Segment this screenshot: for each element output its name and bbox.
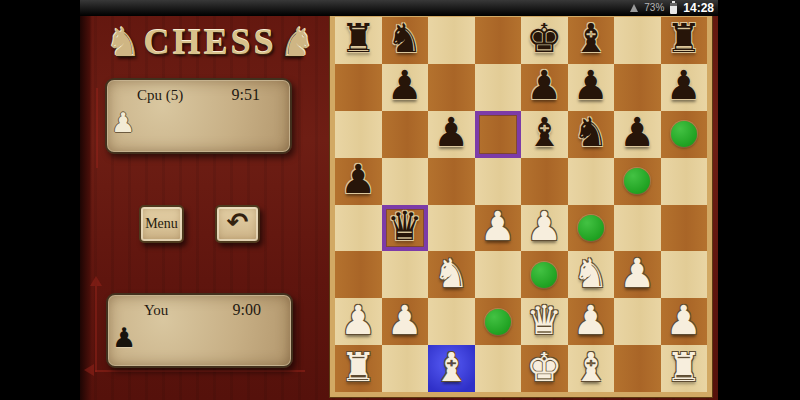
piece-black-pawn: ♟ [666, 63, 702, 107]
square-a4[interactable] [335, 205, 382, 252]
app-logo: ♞ CHESS ♞ [85, 18, 335, 66]
piece-white-bishop: ♝ [573, 345, 609, 389]
piece-white-knight: ♞ [433, 251, 469, 295]
square-d4[interactable]: ♟ [475, 205, 522, 252]
square-d5[interactable] [475, 158, 522, 205]
piece-white-knight: ♞ [573, 251, 609, 295]
square-b6[interactable] [382, 111, 429, 158]
legal-move-dot [531, 262, 557, 288]
cpu-player-panel: Cpu (5) 9:51 ♟ [105, 78, 292, 154]
square-c2[interactable] [428, 298, 475, 345]
undo-icon: ↶ [227, 207, 249, 237]
square-c4[interactable] [428, 205, 475, 252]
piece-white-pawn: ♟ [387, 298, 423, 342]
square-h4[interactable] [661, 205, 708, 252]
square-f8[interactable]: ♝ [568, 17, 615, 64]
square-f5[interactable] [568, 158, 615, 205]
square-d3[interactable] [475, 251, 522, 298]
square-g1[interactable] [614, 345, 661, 392]
square-e8[interactable]: ♚ [521, 17, 568, 64]
piece-white-pawn: ♟ [619, 251, 655, 295]
square-g2[interactable] [614, 298, 661, 345]
legal-move-dot [671, 121, 697, 147]
square-f7[interactable]: ♟ [568, 64, 615, 111]
system-clock: 14:28 [683, 0, 714, 16]
square-b4[interactable]: ♛ [382, 205, 429, 252]
square-f4[interactable] [568, 205, 615, 252]
square-a2[interactable]: ♟ [335, 298, 382, 345]
piece-black-pawn: ♟ [387, 63, 423, 107]
square-h7[interactable]: ♟ [661, 64, 708, 111]
square-g5[interactable] [614, 158, 661, 205]
square-h8[interactable]: ♜ [661, 17, 708, 64]
square-e2[interactable]: ♛ [521, 298, 568, 345]
square-g4[interactable] [614, 205, 661, 252]
chess-board: ♜♞♚♝♜♟♟♟♟♟♝♞♟♟♛♟♟♞♞♟♟♟♛♟♟♜♝♚♝♜ [335, 17, 707, 392]
piece-black-pawn: ♟ [619, 110, 655, 154]
square-f6[interactable]: ♞ [568, 111, 615, 158]
square-c1[interactable]: ♝ [428, 345, 475, 392]
piece-black-pawn: ♟ [573, 63, 609, 107]
piece-black-knight: ♞ [387, 16, 423, 60]
square-d8[interactable] [475, 17, 522, 64]
square-f3[interactable]: ♞ [568, 251, 615, 298]
square-d2[interactable] [475, 298, 522, 345]
square-h1[interactable]: ♜ [661, 345, 708, 392]
square-a8[interactable]: ♜ [335, 17, 382, 64]
square-a5[interactable]: ♟ [335, 158, 382, 205]
square-a6[interactable] [335, 111, 382, 158]
menu-button-label: Menu [145, 216, 178, 232]
square-g7[interactable] [614, 64, 661, 111]
battery-percent: 73% [644, 0, 664, 16]
black-pawn-icon: ♟ [112, 323, 136, 353]
ornament-arrow-left [84, 364, 94, 376]
screenshot-root: 73% 14:28 ♞ CHESS ♞ Cpu (5) 9:51 ♟ Menu … [0, 0, 800, 400]
piece-white-pawn: ♟ [573, 298, 609, 342]
cpu-player-name: Cpu (5) [137, 87, 183, 104]
signal-icon [630, 4, 638, 12]
square-g8[interactable] [614, 17, 661, 64]
square-a3[interactable] [335, 251, 382, 298]
chess-board-frame: ♜♞♚♝♜♟♟♟♟♟♝♞♟♟♛♟♟♞♞♟♟♟♛♟♟♜♝♚♝♜ [330, 12, 712, 397]
square-h6[interactable] [661, 111, 708, 158]
square-b2[interactable]: ♟ [382, 298, 429, 345]
piece-black-pawn: ♟ [340, 157, 376, 201]
piece-black-knight: ♞ [573, 110, 609, 154]
square-h2[interactable]: ♟ [661, 298, 708, 345]
chess-app: 73% 14:28 ♞ CHESS ♞ Cpu (5) 9:51 ♟ Menu … [80, 0, 718, 400]
knight-icon-right: ♞ [279, 20, 315, 64]
legal-move-dot [624, 168, 650, 194]
square-c3[interactable]: ♞ [428, 251, 475, 298]
you-player-panel: You 9:00 ♟ [106, 293, 293, 368]
android-status-bar: 73% 14:28 [80, 0, 718, 16]
square-h5[interactable] [661, 158, 708, 205]
piece-black-rook: ♜ [666, 16, 702, 60]
undo-button[interactable]: ↶ [215, 205, 260, 243]
app-title: CHESS [143, 21, 276, 63]
square-b3[interactable] [382, 251, 429, 298]
piece-black-king: ♚ [526, 16, 562, 60]
square-c6[interactable]: ♟ [428, 111, 475, 158]
battery-icon [670, 3, 677, 14]
square-e6[interactable]: ♝ [521, 111, 568, 158]
square-c5[interactable] [428, 158, 475, 205]
square-d7[interactable] [475, 64, 522, 111]
piece-white-pawn: ♟ [340, 298, 376, 342]
piece-white-queen: ♛ [526, 298, 562, 342]
square-c8[interactable] [428, 17, 475, 64]
you-player-name: You [144, 302, 168, 319]
ornament-arrow-up [90, 276, 102, 286]
piece-black-queen: ♛ [387, 204, 423, 248]
square-b1[interactable] [382, 345, 429, 392]
square-d1[interactable] [475, 345, 522, 392]
piece-white-pawn: ♟ [526, 204, 562, 248]
piece-black-bishop: ♝ [573, 16, 609, 60]
square-g3[interactable]: ♟ [614, 251, 661, 298]
square-a7[interactable] [335, 64, 382, 111]
you-player-clock: 9:00 [233, 301, 261, 319]
piece-black-rook: ♜ [340, 16, 376, 60]
piece-white-pawn: ♟ [480, 204, 516, 248]
white-pawn-icon: ♟ [111, 108, 135, 138]
square-e7[interactable]: ♟ [521, 64, 568, 111]
piece-white-rook: ♜ [666, 345, 702, 389]
legal-move-dot [485, 309, 511, 335]
square-a1[interactable]: ♜ [335, 345, 382, 392]
square-c7[interactable] [428, 64, 475, 111]
square-d6[interactable] [475, 111, 522, 158]
legal-move-dot [578, 215, 604, 241]
square-b7[interactable]: ♟ [382, 64, 429, 111]
ornament-line [96, 88, 98, 168]
square-e3[interactable] [521, 251, 568, 298]
menu-button[interactable]: Menu [139, 205, 184, 243]
square-e1[interactable]: ♚ [521, 345, 568, 392]
square-f1[interactable]: ♝ [568, 345, 615, 392]
square-h3[interactable] [661, 251, 708, 298]
cpu-player-clock: 9:51 [232, 86, 260, 104]
square-b8[interactable]: ♞ [382, 17, 429, 64]
piece-white-king: ♚ [526, 345, 562, 389]
piece-black-pawn: ♟ [526, 63, 562, 107]
square-f2[interactable]: ♟ [568, 298, 615, 345]
piece-white-pawn: ♟ [666, 298, 702, 342]
piece-white-bishop: ♝ [433, 345, 469, 389]
ornament-line [95, 286, 97, 372]
square-e5[interactable] [521, 158, 568, 205]
square-e4[interactable]: ♟ [521, 205, 568, 252]
ornament-line [95, 370, 305, 372]
piece-black-pawn: ♟ [433, 110, 469, 154]
knight-icon-left: ♞ [106, 20, 142, 64]
square-b5[interactable] [382, 158, 429, 205]
piece-white-rook: ♜ [340, 345, 376, 389]
piece-black-bishop: ♝ [526, 110, 562, 154]
square-g6[interactable]: ♟ [614, 111, 661, 158]
